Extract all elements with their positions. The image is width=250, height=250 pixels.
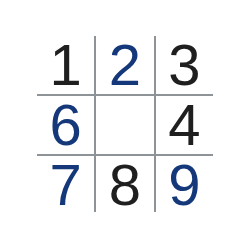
cell-digit: 6	[50, 96, 82, 154]
sudoku-board: 1 2 3 6 4 7 8 9	[0, 0, 250, 250]
cell-digit: 3	[168, 36, 200, 94]
cell-digit: 4	[168, 96, 200, 154]
sudoku-cell-r0c1[interactable]: 2	[96, 36, 153, 94]
cell-digit: 7	[50, 156, 82, 214]
sudoku-cell-r0c2[interactable]: 3	[156, 36, 213, 94]
sudoku-cell-r0c0[interactable]: 1	[37, 36, 94, 94]
cell-digit: 2	[109, 36, 141, 94]
cell-digit: 8	[109, 156, 141, 214]
sudoku-cell-r1c1-empty[interactable]	[96, 96, 153, 154]
cell-digit: 1	[50, 36, 82, 94]
sudoku-cell-r1c0[interactable]: 6	[37, 96, 94, 154]
sudoku-cell-r1c2[interactable]: 4	[156, 96, 213, 154]
cell-digit: 9	[168, 156, 200, 214]
sudoku-cell-r2c2[interactable]: 9	[156, 156, 213, 214]
sudoku-grid: 1 2 3 6 4 7 8 9	[37, 36, 213, 212]
sudoku-cell-r2c0[interactable]: 7	[37, 156, 94, 214]
sudoku-cell-r2c1[interactable]: 8	[96, 156, 153, 214]
